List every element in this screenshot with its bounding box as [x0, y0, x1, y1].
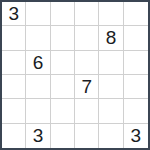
empty-cell-r1c2[interactable] [26, 2, 50, 26]
empty-cell-r3c5[interactable] [99, 51, 123, 75]
empty-cell-r2c6[interactable] [124, 26, 148, 50]
clue-cell-r4c4: 7 [75, 75, 99, 99]
empty-cell-r2c1[interactable] [2, 26, 26, 50]
empty-cell-r6c3[interactable] [51, 124, 75, 148]
empty-cell-r4c1[interactable] [2, 75, 26, 99]
empty-cell-r5c2[interactable] [26, 99, 50, 123]
empty-cell-r3c4[interactable] [75, 51, 99, 75]
empty-cell-r6c5[interactable] [99, 124, 123, 148]
empty-cell-r1c4[interactable] [75, 2, 99, 26]
clue-cell-r2c5: 8 [99, 26, 123, 50]
empty-cell-r4c3[interactable] [51, 75, 75, 99]
empty-cell-r2c3[interactable] [51, 26, 75, 50]
clue-cell-r1c1: 3 [2, 2, 26, 26]
empty-cell-r4c6[interactable] [124, 75, 148, 99]
empty-cell-r1c6[interactable] [124, 2, 148, 26]
clue-cell-r3c2: 6 [26, 51, 50, 75]
empty-cell-r5c5[interactable] [99, 99, 123, 123]
empty-cell-r6c4[interactable] [75, 124, 99, 148]
empty-cell-r3c1[interactable] [2, 51, 26, 75]
empty-cell-r5c6[interactable] [124, 99, 148, 123]
puzzle-board: 386733 [0, 0, 150, 150]
clue-cell-r6c6: 3 [124, 124, 148, 148]
empty-cell-r2c4[interactable] [75, 26, 99, 50]
empty-cell-r1c5[interactable] [99, 2, 123, 26]
clue-cell-r6c2: 3 [26, 124, 50, 148]
empty-cell-r4c5[interactable] [99, 75, 123, 99]
empty-cell-r3c3[interactable] [51, 51, 75, 75]
empty-cell-r6c1[interactable] [2, 124, 26, 148]
empty-cell-r5c3[interactable] [51, 99, 75, 123]
empty-cell-r1c3[interactable] [51, 2, 75, 26]
empty-cell-r2c2[interactable] [26, 26, 50, 50]
empty-cell-r5c1[interactable] [2, 99, 26, 123]
empty-cell-r3c6[interactable] [124, 51, 148, 75]
empty-cell-r5c4[interactable] [75, 99, 99, 123]
empty-cell-r4c2[interactable] [26, 75, 50, 99]
